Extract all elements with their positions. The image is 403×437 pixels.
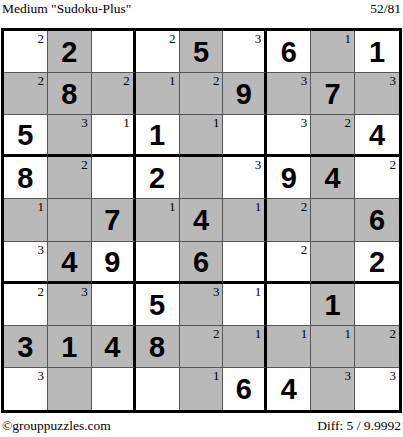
- cell-r5c2[interactable]: [48, 199, 92, 241]
- cell-r8c3[interactable]: 4: [92, 326, 136, 368]
- pencil-mark: 2: [37, 31, 44, 46]
- given-digit: 8: [136, 326, 179, 367]
- pencil-mark: 3: [255, 31, 262, 46]
- sudoku-board: 2225361128212937353111324822394217141263…: [1, 28, 402, 413]
- cell-r1c9[interactable]: 1: [355, 31, 399, 73]
- cell-r4c4[interactable]: 2: [136, 157, 180, 199]
- cell-r9c5[interactable]: 1: [180, 368, 224, 410]
- cell-r1c4[interactable]: 2: [136, 31, 180, 73]
- pencil-mark: 1: [301, 326, 308, 341]
- pencil-mark: 2: [37, 73, 44, 88]
- cell-r7c6[interactable]: 1: [223, 284, 267, 326]
- cell-r8c2[interactable]: 1: [48, 326, 92, 368]
- given-digit: 1: [355, 31, 399, 72]
- cell-r2c1[interactable]: 2: [4, 73, 48, 115]
- cell-r2c9[interactable]: 3: [355, 73, 399, 115]
- pencil-mark: 2: [81, 157, 88, 172]
- cell-r9c1[interactable]: 3: [4, 368, 48, 410]
- given-digit: 5: [136, 284, 179, 325]
- given-digit: 6: [180, 242, 223, 281]
- pencil-mark: 1: [37, 199, 44, 214]
- cell-r8c9[interactable]: 2: [355, 326, 399, 368]
- given-digit: 2: [355, 242, 399, 281]
- cell-r7c5[interactable]: 3: [180, 284, 224, 326]
- pencil-mark: 3: [213, 284, 220, 299]
- cell-r6c8[interactable]: [311, 242, 355, 284]
- pencil-mark: 1: [123, 115, 130, 130]
- cell-r4c1[interactable]: 8: [4, 157, 48, 199]
- cell-r5c4[interactable]: 1: [136, 199, 180, 241]
- cell-r7c7[interactable]: [267, 284, 311, 326]
- cell-r4c6[interactable]: 3: [223, 157, 267, 199]
- cell-r7c2[interactable]: 3: [48, 284, 92, 326]
- cell-r1c6[interactable]: 3: [223, 31, 267, 73]
- pencil-mark: 3: [37, 368, 44, 383]
- cell-r5c3[interactable]: 7: [92, 199, 136, 241]
- copyright-text: ©grouppuzzles.com: [2, 418, 111, 434]
- pencil-mark: 3: [81, 284, 88, 299]
- cell-r9c4[interactable]: [136, 368, 180, 410]
- cell-r3c8[interactable]: 2: [311, 115, 355, 157]
- given-digit: 4: [355, 115, 399, 154]
- given-digit: 4: [267, 368, 310, 410]
- given-digit: 4: [92, 326, 133, 367]
- cell-r1c1[interactable]: 2: [4, 31, 48, 73]
- given-digit: 5: [4, 115, 47, 154]
- cell-r3c5[interactable]: 1: [180, 115, 224, 157]
- pencil-mark: 2: [213, 73, 220, 88]
- cell-r3c2[interactable]: 3: [48, 115, 92, 157]
- cell-r6c2[interactable]: 4: [48, 242, 92, 284]
- cell-r6c9[interactable]: 2: [355, 242, 399, 284]
- given-digit: 2: [48, 31, 91, 72]
- pencil-mark: 1: [169, 199, 176, 214]
- cell-r1c2[interactable]: 2: [48, 31, 92, 73]
- cell-r9c7[interactable]: 4: [267, 368, 311, 410]
- cell-r9c8[interactable]: 3: [311, 368, 355, 410]
- given-digit: 2: [136, 157, 179, 198]
- cell-r2c5[interactable]: 2: [180, 73, 224, 115]
- given-digit: 5: [180, 31, 223, 72]
- pencil-mark: 3: [301, 73, 308, 88]
- given-digit: 6: [267, 31, 310, 72]
- given-digit: 6: [355, 199, 399, 240]
- cell-r2c3[interactable]: 2: [92, 73, 136, 115]
- pencil-mark: 2: [213, 326, 220, 341]
- cell-r1c7[interactable]: 6: [267, 31, 311, 73]
- cell-r9c2[interactable]: [48, 368, 92, 410]
- pencil-mark: 2: [345, 115, 352, 130]
- cell-r6c4[interactable]: [136, 242, 180, 284]
- pencil-mark: 2: [123, 73, 130, 88]
- given-digit: 8: [48, 73, 91, 114]
- pencil-mark: 3: [81, 115, 88, 130]
- cell-r7c1[interactable]: 2: [4, 284, 48, 326]
- pencil-mark: 1: [255, 326, 262, 341]
- cell-r4c9[interactable]: 2: [355, 157, 399, 199]
- cell-r2c6[interactable]: 9: [223, 73, 267, 115]
- puzzle-title: Medium "Sudoku-Plus": [2, 1, 131, 17]
- given-digit: 1: [136, 115, 179, 154]
- cell-r3c4[interactable]: 1: [136, 115, 180, 157]
- cell-r8c1[interactable]: 3: [4, 326, 48, 368]
- given-digit: 4: [180, 199, 223, 240]
- given-digit: 9: [223, 73, 264, 114]
- cell-r9c6[interactable]: 6: [223, 368, 267, 410]
- cell-r6c6[interactable]: [223, 242, 267, 284]
- cell-r3c9[interactable]: 4: [355, 115, 399, 157]
- cell-r3c3[interactable]: 1: [92, 115, 136, 157]
- given-digit: 7: [311, 73, 354, 114]
- cell-r1c3[interactable]: [92, 31, 136, 73]
- pencil-mark: 1: [255, 284, 262, 299]
- pencil-mark: 3: [390, 368, 397, 383]
- page-header: Medium "Sudoku-Plus" 52/81: [2, 1, 401, 17]
- pencil-mark: 1: [169, 73, 176, 88]
- pencil-mark: 1: [255, 199, 262, 214]
- cell-r7c4[interactable]: 5: [136, 284, 180, 326]
- cell-r9c3[interactable]: [92, 368, 136, 410]
- pencil-mark: 1: [213, 368, 220, 383]
- cell-r7c9[interactable]: [355, 284, 399, 326]
- cell-r4c3[interactable]: [92, 157, 136, 199]
- cell-r5c9[interactable]: 6: [355, 199, 399, 241]
- cell-r4c8[interactable]: 4: [311, 157, 355, 199]
- cell-r8c7[interactable]: 1: [267, 326, 311, 368]
- cell-r9c9[interactable]: 3: [355, 368, 399, 410]
- cell-r3c1[interactable]: 5: [4, 115, 48, 157]
- cell-r5c6[interactable]: 1: [223, 199, 267, 241]
- cell-r5c8[interactable]: [311, 199, 355, 241]
- given-digit: 1: [311, 284, 354, 325]
- page-footer: ©grouppuzzles.com Diff: 5 / 9.9992: [2, 418, 401, 434]
- pencil-mark: 1: [213, 115, 220, 130]
- pencil-mark: 2: [390, 157, 397, 172]
- cell-r4c2[interactable]: 2: [48, 157, 92, 199]
- cell-r2c7[interactable]: 3: [267, 73, 311, 115]
- given-digit: 9: [92, 242, 133, 281]
- pencil-mark: 1: [345, 326, 352, 341]
- cells-remaining-counter: 52/81: [370, 1, 401, 17]
- cell-r6c5[interactable]: 6: [180, 242, 224, 284]
- pencil-mark: 2: [390, 326, 397, 341]
- cell-r5c7[interactable]: 2: [267, 199, 311, 241]
- cell-r4c7[interactable]: 9: [267, 157, 311, 199]
- given-digit: 3: [4, 326, 47, 367]
- pencil-mark: 3: [301, 115, 308, 130]
- given-digit: 4: [48, 242, 91, 281]
- cell-r3c7[interactable]: 3: [267, 115, 311, 157]
- pencil-mark: 3: [37, 242, 44, 257]
- pencil-mark: 1: [345, 31, 352, 46]
- pencil-mark: 3: [345, 368, 352, 383]
- cell-r2c8[interactable]: 7: [311, 73, 355, 115]
- cell-r2c2[interactable]: 8: [48, 73, 92, 115]
- given-digit: 1: [48, 326, 91, 367]
- pencil-mark: 3: [390, 73, 397, 88]
- cell-r8c5[interactable]: 2: [180, 326, 224, 368]
- cell-r5c5[interactable]: 4: [180, 199, 224, 241]
- cell-r8c4[interactable]: 8: [136, 326, 180, 368]
- given-digit: 8: [4, 157, 47, 198]
- cell-r7c8[interactable]: 1: [311, 284, 355, 326]
- given-digit: 4: [311, 157, 354, 198]
- pencil-mark: 2: [169, 31, 176, 46]
- cell-r1c8[interactable]: 1: [311, 31, 355, 73]
- cell-r7c3[interactable]: [92, 284, 136, 326]
- cell-r5c1[interactable]: 1: [4, 199, 48, 241]
- given-digit: 9: [267, 157, 310, 198]
- cell-r3c6[interactable]: [223, 115, 267, 157]
- pencil-mark: 2: [301, 199, 308, 214]
- cell-r6c7[interactable]: 2: [267, 242, 311, 284]
- cell-r8c8[interactable]: 1: [311, 326, 355, 368]
- pencil-mark: 2: [301, 242, 308, 257]
- cell-r1c5[interactable]: 5: [180, 31, 224, 73]
- cell-r6c3[interactable]: 9: [92, 242, 136, 284]
- cell-r4c5[interactable]: [180, 157, 224, 199]
- pencil-mark: 3: [255, 157, 262, 172]
- cell-r6c1[interactable]: 3: [4, 242, 48, 284]
- cell-r8c6[interactable]: 1: [223, 326, 267, 368]
- given-digit: 6: [223, 368, 264, 410]
- pencil-mark: 2: [37, 284, 44, 299]
- cell-r2c4[interactable]: 1: [136, 73, 180, 115]
- given-digit: 7: [92, 199, 133, 240]
- difficulty-text: Diff: 5 / 9.9992: [317, 418, 401, 434]
